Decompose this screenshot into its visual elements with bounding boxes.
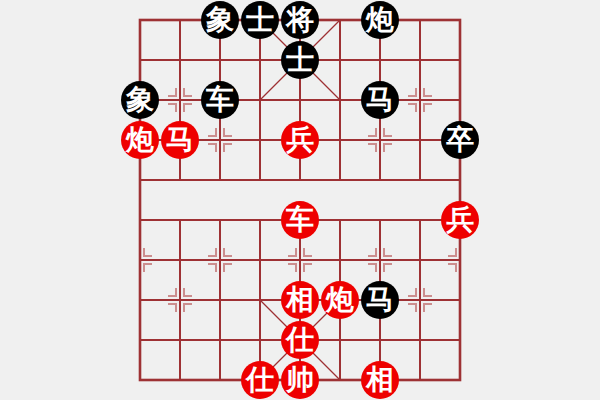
board-point-9-4: 卒 xyxy=(440,120,480,160)
red-advisor-piece[interactable]: 仕 xyxy=(241,361,279,399)
black-horse-piece[interactable]: 马 xyxy=(361,281,399,319)
board-point-5-2: 士 xyxy=(280,40,320,80)
black-elephant-piece[interactable]: 象 xyxy=(121,81,159,119)
board-point-7-1: 炮 xyxy=(360,0,400,40)
red-horse-piece[interactable]: 马 xyxy=(161,121,199,159)
board-point-3-1: 象 xyxy=(200,0,240,40)
black-advisor-piece[interactable]: 士 xyxy=(241,1,279,39)
board-point-3-3: 车 xyxy=(200,80,240,120)
red-general-piece[interactable]: 帅 xyxy=(281,361,319,399)
board-point-4-10: 仕 xyxy=(240,360,280,400)
board-point-2-4: 马 xyxy=(160,120,200,160)
board-point-5-4: 兵 xyxy=(280,120,320,160)
board-point-5-10: 帅 xyxy=(280,360,320,400)
board-point-7-10: 相 xyxy=(360,360,400,400)
board-point-5-9: 仕 xyxy=(280,320,320,360)
board-point-5-1: 将 xyxy=(280,0,320,40)
red-soldier-piece[interactable]: 兵 xyxy=(281,121,319,159)
black-elephant-piece[interactable]: 象 xyxy=(201,1,239,39)
board-point-1-3: 象 xyxy=(120,80,160,120)
board-point-4-1: 士 xyxy=(240,0,280,40)
black-horse-piece[interactable]: 马 xyxy=(361,81,399,119)
red-cannon-piece[interactable]: 炮 xyxy=(121,121,159,159)
board-point-6-8: 炮 xyxy=(320,280,360,320)
black-chariot-piece[interactable]: 车 xyxy=(201,81,239,119)
board-point-1-4: 炮 xyxy=(120,120,160,160)
xiangqi-diagram: 象士将炮士象车马炮马兵卒车兵相炮马仕仕帅相 xyxy=(0,0,600,400)
red-soldier-piece[interactable]: 兵 xyxy=(441,201,479,239)
red-elephant-piece[interactable]: 相 xyxy=(281,281,319,319)
board-point-9-6: 兵 xyxy=(440,200,480,240)
board-point-7-3: 马 xyxy=(360,80,400,120)
board-point-7-8: 马 xyxy=(360,280,400,320)
board-point-5-6: 车 xyxy=(280,200,320,240)
red-advisor-piece[interactable]: 仕 xyxy=(281,321,319,359)
red-cannon-piece[interactable]: 炮 xyxy=(321,281,359,319)
red-chariot-piece[interactable]: 车 xyxy=(281,201,319,239)
xiangqi-board: 象士将炮士象车马炮马兵卒车兵相炮马仕仕帅相 xyxy=(120,0,480,400)
black-soldier-piece[interactable]: 卒 xyxy=(441,121,479,159)
black-cannon-piece[interactable]: 炮 xyxy=(361,1,399,39)
red-elephant-piece[interactable]: 相 xyxy=(361,361,399,399)
black-advisor-piece[interactable]: 士 xyxy=(281,41,319,79)
black-general-piece[interactable]: 将 xyxy=(281,1,319,39)
board-point-5-8: 相 xyxy=(280,280,320,320)
